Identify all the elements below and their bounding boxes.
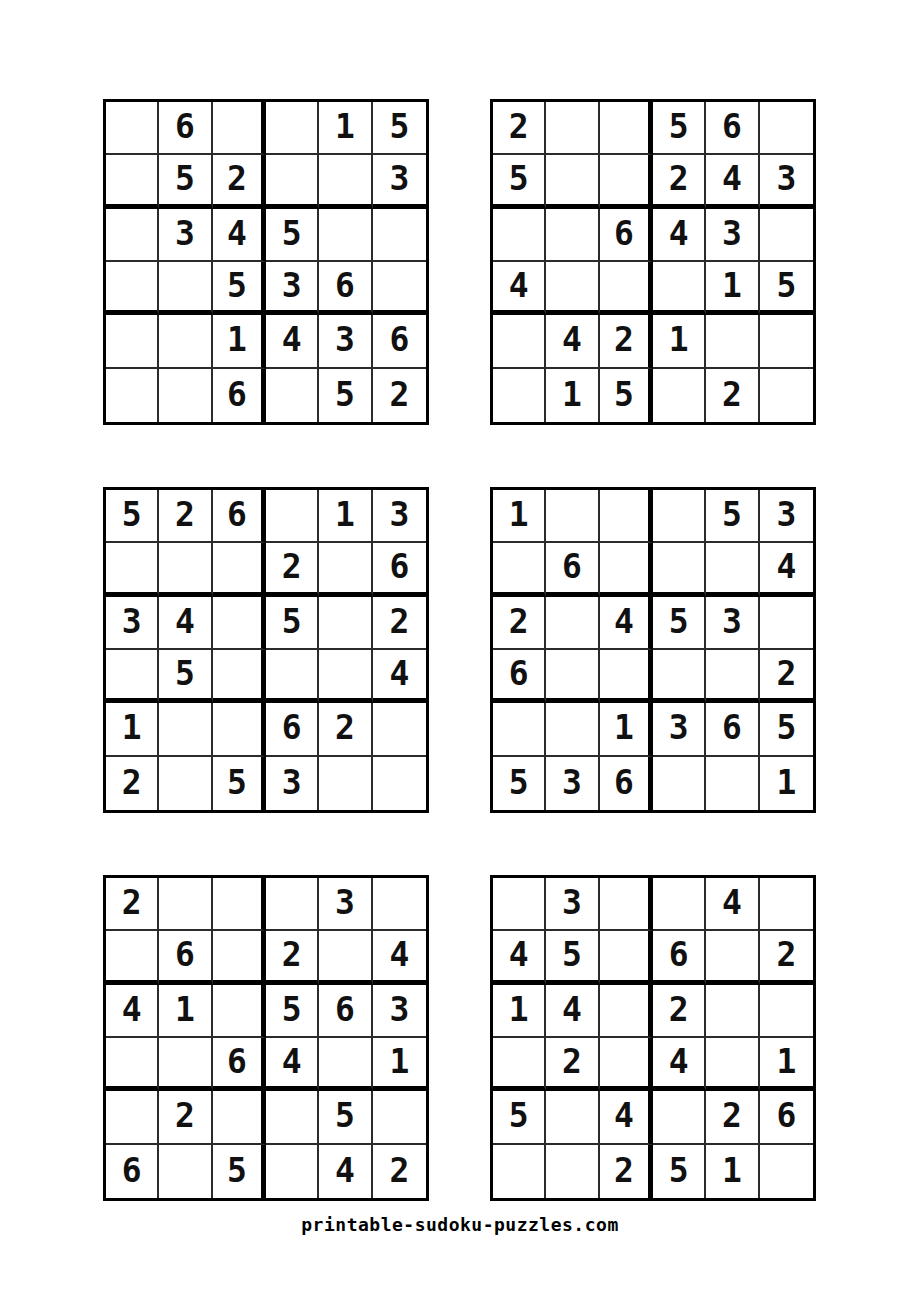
puzzle1-cell-r6c6-given-2: 2 <box>373 369 426 422</box>
puzzle2-cell-r5c2-given-4: 4 <box>546 315 599 368</box>
puzzle3-cell-r4c4-empty <box>266 650 319 703</box>
puzzle5-cell-r1c4-empty <box>266 878 319 931</box>
puzzle2-cell-r5c1-empty <box>493 315 546 368</box>
puzzle3-cell-r1c5-given-1: 1 <box>319 490 372 543</box>
puzzle2-cell-r1c3-empty <box>600 102 653 155</box>
puzzle2-cell-r1c5-given-6: 6 <box>706 102 759 155</box>
puzzle3-cell-r4c5-empty <box>319 650 372 703</box>
puzzle6-cell-r1c4-empty <box>653 878 706 931</box>
puzzle3-cell-r2c4-given-2: 2 <box>266 543 319 596</box>
puzzle2-cell-r4c2-empty <box>546 262 599 315</box>
puzzle5-cell-r4c3-given-6: 6 <box>213 1038 266 1091</box>
puzzle2-cell-r2c5-given-4: 4 <box>706 155 759 208</box>
puzzle5-cell-r5c5-given-5: 5 <box>319 1091 372 1144</box>
puzzle1-cell-r2c6-given-3: 3 <box>373 155 426 208</box>
puzzle1-cell-r1c4-empty <box>266 102 319 155</box>
puzzle4-cell-r6c6-given-1: 1 <box>760 757 813 810</box>
puzzle5-cell-r3c6-given-3: 3 <box>373 985 426 1038</box>
puzzle1-cell-r3c4-given-5: 5 <box>266 209 319 262</box>
puzzle1-cell-r2c4-empty <box>266 155 319 208</box>
puzzle6-cell-r4c5-empty <box>706 1038 759 1091</box>
puzzle4-cell-r5c3-given-1: 1 <box>600 703 653 756</box>
puzzle1-cell-r5c5-given-3: 3 <box>319 315 372 368</box>
puzzle5-cell-r3c4-given-5: 5 <box>266 985 319 1038</box>
puzzle1-cell-r3c5-empty <box>319 209 372 262</box>
puzzle6-cell-r2c1-given-4: 4 <box>493 931 546 984</box>
puzzle1-cell-r4c1-empty <box>106 262 159 315</box>
puzzle5-cell-r2c5-empty <box>319 931 372 984</box>
puzzle6-cell-r5c2-empty <box>546 1091 599 1144</box>
sudoku-grid-5: 2362441563641256542 <box>103 875 429 1201</box>
puzzle1-cell-r5c3-given-1: 1 <box>213 315 266 368</box>
puzzle3-cell-r6c4-given-3: 3 <box>266 757 319 810</box>
puzzle6-cell-r2c5-empty <box>706 931 759 984</box>
puzzle6-cell-r1c6-empty <box>760 878 813 931</box>
puzzle2-cell-r1c4-given-5: 5 <box>653 102 706 155</box>
puzzle4-cell-r5c4-given-3: 3 <box>653 703 706 756</box>
puzzle3-cell-r6c5-empty <box>319 757 372 810</box>
puzzle4-cell-r1c6-given-3: 3 <box>760 490 813 543</box>
puzzle5-cell-r1c1-given-2: 2 <box>106 878 159 931</box>
puzzle3-cell-r1c3-given-6: 6 <box>213 490 266 543</box>
puzzle1-cell-r1c3-empty <box>213 102 266 155</box>
puzzle1-cell-r2c1-empty <box>106 155 159 208</box>
puzzle5-cell-r1c3-empty <box>213 878 266 931</box>
puzzle2-cell-r6c6-empty <box>760 369 813 422</box>
puzzle3-cell-r6c1-given-2: 2 <box>106 757 159 810</box>
puzzle4-cell-r4c4-empty <box>653 650 706 703</box>
puzzle1-cell-r1c1-empty <box>106 102 159 155</box>
puzzle4-cell-r1c4-empty <box>653 490 706 543</box>
puzzle4-cell-r6c4-empty <box>653 757 706 810</box>
puzzle1-cell-r3c6-empty <box>373 209 426 262</box>
puzzle4-cell-r3c2-empty <box>546 597 599 650</box>
puzzle4-cell-r2c2-given-6: 6 <box>546 543 599 596</box>
puzzle5-cell-r2c6-given-4: 4 <box>373 931 426 984</box>
puzzle3-cell-r2c3-empty <box>213 543 266 596</box>
puzzle6-cell-r5c6-given-6: 6 <box>760 1091 813 1144</box>
puzzle2-cell-r5c6-empty <box>760 315 813 368</box>
puzzle3-cell-r3c6-given-2: 2 <box>373 597 426 650</box>
puzzle2-cell-r4c1-given-4: 4 <box>493 262 546 315</box>
puzzle6-cell-r2c3-empty <box>600 931 653 984</box>
puzzle4-cell-r4c1-given-6: 6 <box>493 650 546 703</box>
puzzle3-cell-r1c6-given-3: 3 <box>373 490 426 543</box>
puzzle5-cell-r2c4-given-2: 2 <box>266 931 319 984</box>
puzzle4-cell-r2c3-empty <box>600 543 653 596</box>
puzzle6-cell-r6c2-empty <box>546 1145 599 1198</box>
puzzle6-cell-r6c6-empty <box>760 1145 813 1198</box>
puzzle6-cell-r2c4-given-6: 6 <box>653 931 706 984</box>
puzzle6-cell-r5c1-given-5: 5 <box>493 1091 546 1144</box>
puzzle2-cell-r6c5-given-2: 2 <box>706 369 759 422</box>
puzzle2-cell-r3c2-empty <box>546 209 599 262</box>
puzzle4-cell-r3c4-given-5: 5 <box>653 597 706 650</box>
puzzle2-cell-r2c1-given-5: 5 <box>493 155 546 208</box>
puzzle5-cell-r6c6-given-2: 2 <box>373 1145 426 1198</box>
puzzle2-cell-r1c1-given-2: 2 <box>493 102 546 155</box>
puzzle3-cell-r5c3-empty <box>213 703 266 756</box>
puzzle6-cell-r3c4-given-2: 2 <box>653 985 706 1038</box>
puzzle2-cell-r3c6-empty <box>760 209 813 262</box>
puzzle4-cell-r3c1-given-2: 2 <box>493 597 546 650</box>
puzzle4-cell-r5c1-empty <box>493 703 546 756</box>
puzzle6-cell-r2c2-given-5: 5 <box>546 931 599 984</box>
puzzle1-cell-r2c2-given-5: 5 <box>159 155 212 208</box>
puzzle6-cell-r6c4-given-5: 5 <box>653 1145 706 1198</box>
puzzle2-cell-r2c2-empty <box>546 155 599 208</box>
puzzle1-cell-r5c2-empty <box>159 315 212 368</box>
puzzle3-cell-r6c3-given-5: 5 <box>213 757 266 810</box>
puzzle5-cell-r1c2-empty <box>159 878 212 931</box>
puzzle1-cell-r2c5-empty <box>319 155 372 208</box>
puzzle5-cell-r5c4-empty <box>266 1091 319 1144</box>
puzzle1-cell-r4c4-given-3: 3 <box>266 262 319 315</box>
sudoku-grid-2: 2565243643415421152 <box>490 99 816 425</box>
puzzle3-cell-r3c5-empty <box>319 597 372 650</box>
puzzle6-cell-r4c1-empty <box>493 1038 546 1091</box>
puzzle4-cell-r6c1-given-5: 5 <box>493 757 546 810</box>
puzzle3-cell-r4c3-empty <box>213 650 266 703</box>
puzzle6-cell-r3c5-empty <box>706 985 759 1038</box>
puzzle5-cell-r2c1-empty <box>106 931 159 984</box>
puzzle4-cell-r1c2-empty <box>546 490 599 543</box>
puzzle3-cell-r6c2-empty <box>159 757 212 810</box>
puzzle5-cell-r1c5-given-3: 3 <box>319 878 372 931</box>
puzzle2-cell-r4c3-empty <box>600 262 653 315</box>
puzzle2-cell-r2c3-empty <box>600 155 653 208</box>
puzzle5-cell-r1c6-empty <box>373 878 426 931</box>
puzzle2-cell-r6c2-given-1: 1 <box>546 369 599 422</box>
puzzle3-cell-r5c5-given-2: 2 <box>319 703 372 756</box>
puzzle5-cell-r3c3-empty <box>213 985 266 1038</box>
puzzle3-cell-r2c5-empty <box>319 543 372 596</box>
puzzle4-cell-r4c2-empty <box>546 650 599 703</box>
puzzle5-cell-r6c1-given-6: 6 <box>106 1145 159 1198</box>
puzzle1-cell-r3c2-given-3: 3 <box>159 209 212 262</box>
puzzle2-cell-r2c4-given-2: 2 <box>653 155 706 208</box>
puzzle6-cell-r1c1-empty <box>493 878 546 931</box>
puzzle5-cell-r3c5-given-6: 6 <box>319 985 372 1038</box>
puzzle3-cell-r1c2-given-2: 2 <box>159 490 212 543</box>
puzzle4-cell-r5c2-empty <box>546 703 599 756</box>
puzzle1-cell-r2c3-given-2: 2 <box>213 155 266 208</box>
puzzle-sheet: 6155233455361436652 2565243643415421152 … <box>0 0 920 1302</box>
puzzle2-cell-r3c5-given-3: 3 <box>706 209 759 262</box>
puzzle2-cell-r4c5-given-1: 1 <box>706 262 759 315</box>
puzzle4-cell-r5c6-given-5: 5 <box>760 703 813 756</box>
puzzle3-cell-r5c6-empty <box>373 703 426 756</box>
puzzle1-cell-r1c5-given-1: 1 <box>319 102 372 155</box>
puzzle5-cell-r3c1-given-4: 4 <box>106 985 159 1038</box>
puzzle2-cell-r3c4-given-4: 4 <box>653 209 706 262</box>
puzzle6-cell-r1c2-given-3: 3 <box>546 878 599 931</box>
puzzle6-cell-r3c3-empty <box>600 985 653 1038</box>
puzzle2-cell-r5c5-empty <box>706 315 759 368</box>
puzzle3-cell-r6c6-empty <box>373 757 426 810</box>
puzzle5-cell-r2c3-empty <box>213 931 266 984</box>
puzzle4-cell-r1c1-given-1: 1 <box>493 490 546 543</box>
puzzle1-cell-r6c5-given-5: 5 <box>319 369 372 422</box>
puzzle6-cell-r1c3-empty <box>600 878 653 931</box>
puzzle6-cell-r5c3-given-4: 4 <box>600 1091 653 1144</box>
puzzle1-cell-r5c6-given-6: 6 <box>373 315 426 368</box>
puzzle5-cell-r5c3-empty <box>213 1091 266 1144</box>
puzzle1-cell-r6c2-empty <box>159 369 212 422</box>
puzzle1-cell-r6c3-given-6: 6 <box>213 369 266 422</box>
puzzle1-cell-r3c3-given-4: 4 <box>213 209 266 262</box>
puzzle6-cell-r2c6-given-2: 2 <box>760 931 813 984</box>
puzzle6-cell-r4c2-given-2: 2 <box>546 1038 599 1091</box>
sudoku-grid-3: 5261326345254162253 <box>103 487 429 813</box>
puzzle6-cell-r4c6-given-1: 1 <box>760 1038 813 1091</box>
puzzle5-cell-r4c4-given-4: 4 <box>266 1038 319 1091</box>
puzzle4-cell-r1c5-given-5: 5 <box>706 490 759 543</box>
puzzle4-cell-r3c5-given-3: 3 <box>706 597 759 650</box>
puzzle6-cell-r3c2-given-4: 4 <box>546 985 599 1038</box>
puzzle2-cell-r5c3-given-2: 2 <box>600 315 653 368</box>
puzzle2-cell-r4c6-given-5: 5 <box>760 262 813 315</box>
puzzle4-cell-r3c3-given-4: 4 <box>600 597 653 650</box>
puzzle5-cell-r5c1-empty <box>106 1091 159 1144</box>
puzzle2-cell-r4c4-empty <box>653 262 706 315</box>
puzzle4-cell-r5c5-given-6: 6 <box>706 703 759 756</box>
puzzle5-cell-r6c5-given-4: 4 <box>319 1145 372 1198</box>
puzzle3-cell-r2c1-empty <box>106 543 159 596</box>
puzzle5-cell-r4c5-empty <box>319 1038 372 1091</box>
puzzle6-cell-r4c4-given-4: 4 <box>653 1038 706 1091</box>
puzzle4-cell-r6c5-empty <box>706 757 759 810</box>
puzzle5-cell-r6c3-given-5: 5 <box>213 1145 266 1198</box>
puzzle3-cell-r4c6-given-4: 4 <box>373 650 426 703</box>
puzzle4-cell-r3c6-empty <box>760 597 813 650</box>
puzzle3-cell-r2c2-empty <box>159 543 212 596</box>
puzzle1-cell-r6c1-empty <box>106 369 159 422</box>
puzzle5-cell-r3c2-given-1: 1 <box>159 985 212 1038</box>
puzzle5-cell-r2c2-given-6: 6 <box>159 931 212 984</box>
puzzle1-cell-r1c2-given-6: 6 <box>159 102 212 155</box>
puzzle1-cell-r4c2-empty <box>159 262 212 315</box>
puzzle2-cell-r3c1-empty <box>493 209 546 262</box>
puzzle5-cell-r4c6-given-1: 1 <box>373 1038 426 1091</box>
puzzle4-cell-r2c5-empty <box>706 543 759 596</box>
puzzle1-cell-r4c5-given-6: 6 <box>319 262 372 315</box>
puzzle2-cell-r6c3-given-5: 5 <box>600 369 653 422</box>
puzzle5-cell-r5c2-given-2: 2 <box>159 1091 212 1144</box>
puzzle5-cell-r5c6-empty <box>373 1091 426 1144</box>
puzzle6-cell-r3c6-empty <box>760 985 813 1038</box>
puzzle5-cell-r6c2-empty <box>159 1145 212 1198</box>
puzzle6-cell-r6c1-empty <box>493 1145 546 1198</box>
puzzle6-cell-r4c3-empty <box>600 1038 653 1091</box>
puzzle1-cell-r5c4-given-4: 4 <box>266 315 319 368</box>
puzzle6-cell-r5c4-empty <box>653 1091 706 1144</box>
puzzle3-cell-r4c2-given-5: 5 <box>159 650 212 703</box>
puzzle2-cell-r3c3-given-6: 6 <box>600 209 653 262</box>
puzzle2-cell-r2c6-given-3: 3 <box>760 155 813 208</box>
puzzle5-cell-r4c2-empty <box>159 1038 212 1091</box>
puzzle6-cell-r3c1-given-1: 1 <box>493 985 546 1038</box>
puzzle1-cell-r6c4-empty <box>266 369 319 422</box>
puzzle3-cell-r3c1-given-3: 3 <box>106 597 159 650</box>
puzzle3-cell-r3c3-empty <box>213 597 266 650</box>
puzzle3-cell-r4c1-empty <box>106 650 159 703</box>
puzzle3-cell-r5c2-empty <box>159 703 212 756</box>
puzzle2-cell-r6c1-empty <box>493 369 546 422</box>
puzzle4-cell-r6c2-given-3: 3 <box>546 757 599 810</box>
puzzle4-cell-r4c5-empty <box>706 650 759 703</box>
puzzle6-cell-r6c3-given-2: 2 <box>600 1145 653 1198</box>
puzzle1-cell-r5c1-empty <box>106 315 159 368</box>
puzzle2-cell-r5c4-given-1: 1 <box>653 315 706 368</box>
sudoku-grid-6: 3445621422415426251 <box>490 875 816 1201</box>
puzzle1-cell-r1c6-given-5: 5 <box>373 102 426 155</box>
puzzle6-cell-r1c5-given-4: 4 <box>706 878 759 931</box>
puzzle1-cell-r4c3-given-5: 5 <box>213 262 266 315</box>
puzzle3-cell-r1c1-given-5: 5 <box>106 490 159 543</box>
puzzle6-cell-r5c5-given-2: 2 <box>706 1091 759 1144</box>
puzzle3-cell-r1c4-empty <box>266 490 319 543</box>
puzzle1-cell-r4c6-empty <box>373 262 426 315</box>
puzzle3-cell-r5c4-given-6: 6 <box>266 703 319 756</box>
puzzle2-cell-r1c2-empty <box>546 102 599 155</box>
puzzle2-cell-r6c4-empty <box>653 369 706 422</box>
puzzle5-cell-r4c1-empty <box>106 1038 159 1091</box>
puzzle6-cell-r6c5-given-1: 1 <box>706 1145 759 1198</box>
puzzle1-cell-r3c1-empty <box>106 209 159 262</box>
puzzle3-cell-r5c1-given-1: 1 <box>106 703 159 756</box>
puzzle4-cell-r6c3-given-6: 6 <box>600 757 653 810</box>
puzzle3-cell-r2c6-given-6: 6 <box>373 543 426 596</box>
puzzle4-cell-r2c4-empty <box>653 543 706 596</box>
puzzle2-cell-r1c6-empty <box>760 102 813 155</box>
puzzle5-cell-r6c4-empty <box>266 1145 319 1198</box>
sudoku-grid-1: 6155233455361436652 <box>103 99 429 425</box>
puzzle4-cell-r2c6-given-4: 4 <box>760 543 813 596</box>
site-url-label: printable-sudoku-puzzles.com <box>0 1214 920 1235</box>
puzzle4-cell-r1c3-empty <box>600 490 653 543</box>
sudoku-grid-4: 1536424536213655361 <box>490 487 816 813</box>
puzzle3-cell-r3c2-given-4: 4 <box>159 597 212 650</box>
puzzle4-cell-r4c6-given-2: 2 <box>760 650 813 703</box>
puzzle4-cell-r2c1-empty <box>493 543 546 596</box>
puzzle4-cell-r4c3-empty <box>600 650 653 703</box>
puzzle3-cell-r3c4-given-5: 5 <box>266 597 319 650</box>
